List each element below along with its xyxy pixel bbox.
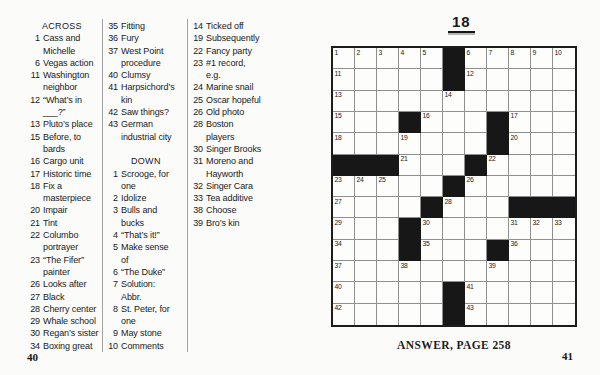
grid-cell-r8c4[interactable] [399,197,421,218]
clue-number: 3 [106,204,118,216]
cell-number: 16 [423,112,430,120]
clue-number: 23 [28,254,40,266]
clue-text: Marine snail [206,81,253,93]
black-cell-r6c3 [377,155,399,176]
grid-cell-r12c2[interactable] [355,282,377,303]
grid-cell-r12c1[interactable]: 40 [333,282,355,303]
grid-cell-r10c7[interactable] [465,240,487,261]
clue-number: 43 [106,118,118,130]
grid-cell-r12c4[interactable] [399,282,421,303]
clue-text: Harpsichord’s kin [121,81,175,106]
clue-text: Black [43,291,65,303]
clue-number: 13 [28,118,40,130]
black-cell-r8c9 [509,197,531,218]
clue-column-3: 14Ticked off19Subsequently22Fancy party2… [191,20,283,229]
clue-number: 1 [28,32,40,44]
grid-cell-r2c5[interactable] [421,69,443,90]
clue-text: Before, to bards [43,131,81,156]
clue-number: 22 [28,229,40,241]
grid-cell-r7c11[interactable] [553,176,575,197]
grid-cell-r11c7[interactable] [465,261,487,282]
grid-cell-r12c10[interactable] [531,282,553,303]
cell-number: 27 [335,198,342,206]
clue-text: Subsequently [206,32,259,44]
grid-cell-r1c9[interactable]: 8 [509,48,531,69]
clue-number: 18 [28,180,40,192]
cell-number: 22 [489,155,496,163]
grid-cell-r11c3[interactable] [377,261,399,282]
grid-cell-r7c3[interactable]: 25 [377,176,399,197]
clue-text: Comments [121,340,164,352]
black-cell-r6c7 [465,155,487,176]
clue-text: Old photo [206,106,244,118]
grid-cell-r4c2[interactable] [355,112,377,133]
clue-number: 8 [106,303,118,315]
across-header: ACROSS [42,20,102,32]
grid-cell-r7c4[interactable] [399,176,421,197]
grid-cell-r2c8[interactable] [487,69,509,90]
clue-number: 11 [28,69,40,81]
grid-cell-r3c2[interactable] [355,91,377,112]
clue-text: Fury [121,32,139,44]
clue-item: 14Ticked off [191,20,283,32]
grid-cell-r6c6[interactable] [443,155,465,176]
clue-number: 6 [106,266,118,278]
grid-cell-r5c7[interactable] [465,133,487,154]
grid-cell-r7c5[interactable] [421,176,443,197]
grid-cell-r7c8[interactable] [487,176,509,197]
clue-text: Columbo portrayer [43,229,78,254]
grid-cell-r4c5[interactable]: 16 [421,112,443,133]
grid-cell-r4c9[interactable]: 17 [509,112,531,133]
grid-cell-r1c8[interactable]: 7 [487,48,509,69]
clue-item: 39Bro’s kin [191,217,283,229]
grid-cell-r8c7[interactable] [465,197,487,218]
clue-text: St. Peter, for one [121,303,170,328]
grid-cell-r4c7[interactable] [465,112,487,133]
crossword-grid: 1234567891011121314151617181920212223242… [331,46,577,327]
puzzle-number-title: 18 [448,13,475,33]
clue-number: 15 [28,131,40,143]
grid-cell-r1c3[interactable]: 3 [377,48,399,69]
clue-item: 24Marine snail [191,81,283,93]
grid-cell-r9c11[interactable]: 33 [553,218,575,239]
grid-cell-r12c11[interactable] [553,282,575,303]
clue-column-1: ACROSS1Cass and Michelle6Vegas action11W… [28,20,102,352]
clue-item: 26Old photo [191,106,283,118]
clue-text: Cherry center [43,303,96,315]
grid-cell-r7c1[interactable]: 23 [333,176,355,197]
clue-number: 19 [191,32,203,44]
grid-cell-r10c2[interactable] [355,240,377,261]
clue-item: 15Before, to bards [28,131,102,156]
grid-cell-r1c1[interactable]: 1 [333,48,355,69]
grid-cell-r5c1[interactable]: 18 [333,133,355,154]
clue-text: “What’s in ___?” [43,94,82,119]
grid-cell-r11c5[interactable] [421,261,443,282]
grid-cell-r3c4[interactable] [399,91,421,112]
cell-number: 5 [423,49,426,57]
grid-cell-r5c9[interactable]: 20 [509,133,531,154]
grid-cell-r3c5[interactable] [421,91,443,112]
clue-item: 37West Point procedure [106,45,185,70]
cell-number: 32 [533,219,540,227]
clue-number: 4 [106,229,118,241]
clue-number: 25 [191,94,203,106]
grid-cell-r3c1[interactable]: 13 [333,91,355,112]
cell-number: 14 [445,91,452,99]
clue-item: 12“What’s in ___?” [28,94,102,119]
clue-item: 42Saw things? [106,106,185,118]
clue-text: Fancy party [206,45,252,57]
black-cell-r8c11 [553,197,575,218]
grid-cell-r2c3[interactable] [377,69,399,90]
clue-text: Moreno and Hayworth [206,155,253,180]
grid-cell-r10c10[interactable] [531,240,553,261]
grid-cell-r6c9[interactable] [509,155,531,176]
grid-cell-r6c8[interactable]: 22 [487,155,509,176]
clue-text: Ticked off [206,20,244,32]
cell-number: 24 [357,176,364,184]
black-cell-r2c6 [443,69,465,90]
grid-cell-r13c8[interactable] [487,304,509,325]
clue-number: 24 [191,81,203,93]
grid-cell-r13c11[interactable] [553,304,575,325]
clue-text: Solution: Abbr. [121,278,155,303]
grid-cell-r13c1[interactable]: 42 [333,304,355,325]
black-cell-r10c4 [399,240,421,261]
clue-text: Tint [43,217,57,229]
clue-item: 9May stone [106,327,185,339]
cell-number: 20 [511,134,518,142]
clue-item: 36Fury [106,32,185,44]
grid-cell-r10c6[interactable] [443,240,465,261]
grid-cell-r8c6[interactable]: 28 [443,197,465,218]
grid-cell-r4c11[interactable] [553,112,575,133]
clue-number: 30 [191,143,203,155]
grid-cell-r5c2[interactable] [355,133,377,154]
grid-cell-r11c11[interactable] [553,261,575,282]
clue-text: Vegas action [43,57,93,69]
clue-text: Looks after [43,278,86,290]
cell-number: 21 [401,155,408,163]
black-cell-r7c6 [443,176,465,197]
clue-number: 16 [28,155,40,167]
grid-cell-r2c10[interactable] [531,69,553,90]
black-cell-r6c1 [333,155,355,176]
grid-cell-r5c10[interactable] [531,133,553,154]
clue-spacer [106,143,185,155]
grid-cell-r10c5[interactable]: 35 [421,240,443,261]
grid-cell-r5c11[interactable] [553,133,575,154]
clue-text: Choose [206,204,236,216]
cell-number: 3 [379,49,382,57]
grid-cell-r10c3[interactable] [377,240,399,261]
grid-cell-r6c4[interactable]: 21 [399,155,421,176]
grid-cell-r7c10[interactable] [531,176,553,197]
clue-item: 26Looks after [28,278,102,290]
black-cell-r4c4 [399,112,421,133]
clue-text: May stone [121,327,162,339]
grid-cell-r9c2[interactable] [355,218,377,239]
grid-cell-r13c10[interactable] [531,304,553,325]
answer-note: ANSWER, PAGE 258 [331,339,577,351]
grid-cell-r10c11[interactable] [553,240,575,261]
page-number-left: 40 [27,351,38,363]
grid-cell-r2c7[interactable]: 12 [465,69,487,90]
black-cell-r4c8 [487,112,509,133]
clue-item: 32Singer Cara [191,180,283,192]
grid-cell-r11c10[interactable] [531,261,553,282]
cell-number: 36 [511,240,518,248]
grid-cell-r4c10[interactable] [531,112,553,133]
clue-number: 5 [106,241,118,253]
grid-cell-r13c9[interactable] [509,304,531,325]
grid-cell-r9c6[interactable] [443,218,465,239]
grid-cell-r12c9[interactable] [509,282,531,303]
clue-number: 31 [191,155,203,167]
clue-item: 28Cherry center [28,303,102,315]
clue-text: Boxing great [43,340,92,352]
clue-number: 33 [191,192,203,204]
clue-number: 14 [191,20,203,32]
clue-text: Idolize [121,192,146,204]
grid-cell-r3c11[interactable] [553,91,575,112]
clue-number: 37 [106,45,118,57]
grid-cell-r10c9[interactable]: 36 [509,240,531,261]
cell-number: 33 [555,219,562,227]
grid-cell-r5c4[interactable]: 19 [399,133,421,154]
grid-cell-r5c5[interactable] [421,133,443,154]
clue-text: Fix a masterpiece [43,180,91,205]
clue-text: Cargo unit [43,155,84,167]
grid-cell-r8c1[interactable]: 27 [333,197,355,218]
grid-cell-r1c7[interactable]: 6 [465,48,487,69]
cell-number: 28 [445,198,452,206]
clue-text: West Point procedure [121,45,163,70]
cell-number: 34 [335,240,342,248]
grid-cell-r9c10[interactable]: 32 [531,218,553,239]
cell-number: 25 [379,176,386,184]
grid-cell-r2c1[interactable]: 11 [333,69,355,90]
grid-cell-r5c6[interactable] [443,133,465,154]
grid-cell-r13c5[interactable] [421,304,443,325]
grid-cell-r1c10[interactable]: 9 [531,48,553,69]
cell-number: 42 [335,304,342,312]
grid-cell-r2c9[interactable] [509,69,531,90]
grid-cell-r9c3[interactable] [377,218,399,239]
grid-cell-r9c8[interactable] [487,218,509,239]
clue-text: Saw things? [121,106,169,118]
clue-number: 1 [106,168,118,180]
clue-text: Bulls and bucks [121,204,157,229]
clue-item: 33Tea additive [191,192,283,204]
cell-number: 2 [357,49,360,57]
clue-text: Bro’s kin [206,217,239,229]
grid-cell-r11c2[interactable] [355,261,377,282]
clue-number: 28 [191,118,203,130]
clue-number: 35 [106,20,118,32]
clue-number: 20 [28,204,40,216]
clue-item: 16Cargo unit [28,155,102,167]
grid-cell-r6c5[interactable] [421,155,443,176]
grid-cell-r13c2[interactable] [355,304,377,325]
grid-cell-r9c1[interactable]: 29 [333,218,355,239]
grid-cell-r3c9[interactable] [509,91,531,112]
clue-number: 27 [28,291,40,303]
grid-cell-r3c6[interactable]: 14 [443,91,465,112]
grid-cell-r4c6[interactable] [443,112,465,133]
cell-number: 12 [467,70,474,78]
clue-text: Tea additive [206,192,253,204]
grid-cell-r2c4[interactable] [399,69,421,90]
cell-number: 31 [511,219,518,227]
grid-cell-r12c8[interactable] [487,282,509,303]
clue-item: 1Scrooge, for one [106,168,185,193]
clue-item: 3Bulls and bucks [106,204,185,229]
clue-item: 21Tint [28,217,102,229]
clue-text: Clumsy [121,69,150,81]
clue-text: Washington neighbor [43,69,89,94]
grid-cell-r3c8[interactable] [487,91,509,112]
grid-cell-r1c4[interactable]: 4 [399,48,421,69]
grid-cell-r1c2[interactable]: 2 [355,48,377,69]
clue-item: 38Choose [191,204,283,216]
grid-cell-r1c11[interactable]: 10 [553,48,575,69]
clue-item: 11Washington neighbor [28,69,102,94]
cell-number: 23 [335,176,342,184]
grid-cell-r8c8[interactable] [487,197,509,218]
cell-number: 10 [555,49,562,57]
black-cell-r13c6 [443,304,465,325]
clue-item: 22Columbo portrayer [28,229,102,254]
black-cell-r8c5 [421,197,443,218]
cell-number: 35 [423,240,430,248]
clue-item: 7Solution: Abbr. [106,278,185,303]
clue-item: 19Subsequently [191,32,283,44]
grid-cell-r13c4[interactable] [399,304,421,325]
clue-item: 23“The Fifer” painter [28,254,102,279]
grid-cell-r12c5[interactable] [421,282,443,303]
cell-number: 11 [335,70,341,78]
grid-cell-r11c8[interactable]: 39 [487,261,509,282]
clue-item: 13Pluto’s place [28,118,102,130]
cell-number: 15 [335,112,342,120]
black-cell-r1c6 [443,48,465,69]
grid-cell-r11c4[interactable]: 38 [399,261,421,282]
black-cell-r10c8 [487,240,509,261]
clue-item: 17Historic time [28,168,102,180]
clue-item: 29Whale school [28,315,102,327]
grid-cell-r4c1[interactable]: 15 [333,112,355,133]
clue-number: 7 [106,278,118,290]
column-divider [187,19,188,352]
grid-cell-r11c9[interactable] [509,261,531,282]
cell-number: 19 [401,134,408,142]
clue-number: 2 [106,192,118,204]
clue-number: 22 [191,45,203,57]
grid-cell-r13c3[interactable] [377,304,399,325]
cell-number: 9 [533,49,536,57]
grid-cell-r5c3[interactable] [377,133,399,154]
black-cell-r5c8 [487,133,509,154]
clue-text: #1 record, e.g. [206,57,246,82]
grid-cell-r3c10[interactable] [531,91,553,112]
grid-cell-r9c5[interactable]: 30 [421,218,443,239]
cell-number: 38 [401,262,408,270]
clue-number: 39 [191,217,203,229]
black-cell-r12c6 [443,282,465,303]
clue-number: 26 [191,106,203,118]
clue-number: 38 [191,204,203,216]
clue-item: 10Comments [106,340,185,352]
clue-item: 4“That’s it!” [106,229,185,241]
column-divider [102,19,103,352]
clue-item: 41Harpsichord’s kin [106,81,185,106]
grid-cell-r13c7[interactable]: 43 [465,304,487,325]
clue-number: 21 [28,217,40,229]
clue-text: Singer Brooks [206,143,261,155]
grid-cell-r2c2[interactable] [355,69,377,90]
grid-cell-r6c10[interactable] [531,155,553,176]
clue-item: 34Boxing great [28,340,102,352]
cell-number: 43 [467,304,474,312]
grid-cell-r6c11[interactable] [553,155,575,176]
clue-item: 2Idolize [106,192,185,204]
clue-text: Singer Cara [206,180,253,192]
grid-cell-r9c9[interactable]: 31 [509,218,531,239]
clue-number: 36 [106,32,118,44]
clue-number: 6 [28,57,40,69]
grid-cell-r7c7[interactable]: 26 [465,176,487,197]
grid-cell-r8c3[interactable] [377,197,399,218]
clue-number: 32 [191,180,203,192]
grid-cell-r2c11[interactable] [553,69,575,90]
cell-number: 17 [511,112,518,120]
grid-cell-r7c9[interactable] [509,176,531,197]
clue-item: 27Black [28,291,102,303]
clue-item: 30Regan’s sister [28,327,102,339]
clue-text: Regan’s sister [43,327,98,339]
clue-item: 28Boston players [191,118,283,143]
grid-cell-r7c2[interactable]: 24 [355,176,377,197]
grid-cell-r1c5[interactable]: 5 [421,48,443,69]
clue-number: 28 [28,303,40,315]
clue-text: Pluto’s place [43,118,93,130]
grid-cell-r9c7[interactable] [465,218,487,239]
clue-text: “That’s it!” [121,229,160,241]
grid-cell-r3c3[interactable] [377,91,399,112]
grid-cell-r12c7[interactable]: 41 [465,282,487,303]
cell-number: 13 [335,91,342,99]
grid-cell-r4c3[interactable] [377,112,399,133]
grid-cell-r3c7[interactable] [465,91,487,112]
clue-item: 5Make sense of [106,241,185,266]
grid-cell-r12c3[interactable] [377,282,399,303]
clue-text: Whale school [43,315,96,327]
grid-cell-r11c1[interactable]: 37 [333,261,355,282]
cell-number: 26 [467,176,474,184]
clue-text: Cass and Michelle [43,32,80,57]
down-header: DOWN [131,155,185,167]
cell-number: 6 [467,49,470,57]
grid-cell-r10c1[interactable]: 34 [333,240,355,261]
clue-text: Impair [43,204,67,216]
cell-number: 37 [335,262,342,270]
grid-cell-r11c6[interactable] [443,261,465,282]
clue-item: 35Fitting [106,20,185,32]
grid-cell-r8c2[interactable] [355,197,377,218]
